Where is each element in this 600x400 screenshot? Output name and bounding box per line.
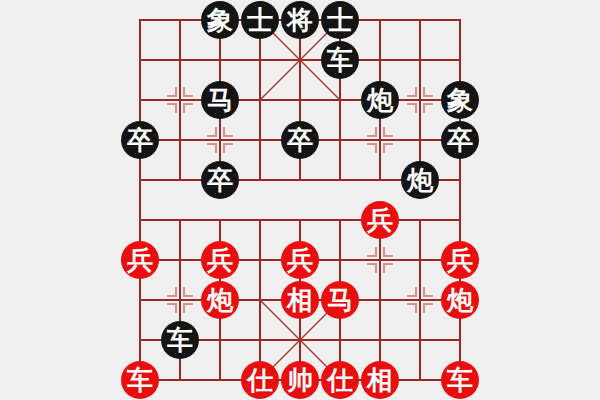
point-r4c7[interactable]: 炮 — [400, 160, 440, 200]
point-r2c2[interactable]: 马 — [200, 80, 240, 120]
point-r5c2[interactable] — [200, 200, 240, 240]
point-r9c1[interactable] — [160, 360, 200, 400]
point-r3c8[interactable]: 卒 — [440, 120, 480, 160]
point-r0c2[interactable]: 象 — [200, 0, 240, 40]
red-soldier[interactable]: 兵 — [441, 241, 479, 279]
point-r5c3[interactable] — [240, 200, 280, 240]
point-r0c8[interactable] — [440, 0, 480, 40]
red-advisor[interactable]: 仕 — [321, 361, 359, 399]
black-advisor[interactable]: 士 — [241, 1, 279, 39]
point-r9c0[interactable]: 车 — [120, 360, 160, 400]
point-r8c6[interactable] — [360, 320, 400, 360]
point-r8c7[interactable] — [400, 320, 440, 360]
black-horse[interactable]: 马 — [201, 81, 239, 119]
red-cannon[interactable]: 炮 — [441, 281, 479, 319]
black-cannon[interactable]: 炮 — [361, 81, 399, 119]
point-r7c8[interactable]: 炮 — [440, 280, 480, 320]
point-r6c6[interactable] — [360, 240, 400, 280]
red-advisor[interactable]: 仕 — [241, 361, 279, 399]
point-r4c0[interactable] — [120, 160, 160, 200]
point-r4c6[interactable] — [360, 160, 400, 200]
point-r7c7[interactable] — [400, 280, 440, 320]
point-r8c8[interactable] — [440, 320, 480, 360]
point-r1c1[interactable] — [160, 40, 200, 80]
point-r0c4[interactable]: 将 — [280, 0, 320, 40]
point-r0c0[interactable] — [120, 0, 160, 40]
point-r3c7[interactable] — [400, 120, 440, 160]
red-soldier[interactable]: 兵 — [201, 241, 239, 279]
point-r1c6[interactable] — [360, 40, 400, 80]
point-r5c1[interactable] — [160, 200, 200, 240]
point-r9c3[interactable]: 仕 — [240, 360, 280, 400]
black-elephant[interactable]: 象 — [441, 81, 479, 119]
red-chariot[interactable]: 车 — [121, 361, 159, 399]
point-r8c1[interactable]: 车 — [160, 320, 200, 360]
point-r7c5[interactable]: 马 — [320, 280, 360, 320]
red-elephant[interactable]: 相 — [281, 281, 319, 319]
point-r1c3[interactable] — [240, 40, 280, 80]
point-r2c3[interactable] — [240, 80, 280, 120]
point-r5c5[interactable] — [320, 200, 360, 240]
point-r6c4[interactable]: 兵 — [280, 240, 320, 280]
red-general[interactable]: 帅 — [281, 361, 319, 399]
black-chariot[interactable]: 车 — [161, 321, 199, 359]
point-r6c2[interactable]: 兵 — [200, 240, 240, 280]
red-soldier[interactable]: 兵 — [121, 241, 159, 279]
point-r2c7[interactable] — [400, 80, 440, 120]
point-r3c3[interactable] — [240, 120, 280, 160]
point-r0c5[interactable]: 士 — [320, 0, 360, 40]
board-points-layer: 象士将士车马炮象卒卒卒卒炮兵兵兵兵兵炮相马炮车车仕帅仕相车 — [120, 0, 480, 400]
point-r2c4[interactable] — [280, 80, 320, 120]
point-r8c2[interactable] — [200, 320, 240, 360]
point-r2c5[interactable] — [320, 80, 360, 120]
black-advisor[interactable]: 士 — [321, 1, 359, 39]
red-soldier[interactable]: 兵 — [361, 201, 399, 239]
black-soldier[interactable]: 卒 — [281, 121, 319, 159]
point-r9c8[interactable]: 车 — [440, 360, 480, 400]
point-r5c8[interactable] — [440, 200, 480, 240]
point-r3c5[interactable] — [320, 120, 360, 160]
point-r6c7[interactable] — [400, 240, 440, 280]
black-soldier[interactable]: 卒 — [201, 161, 239, 199]
point-r6c0[interactable]: 兵 — [120, 240, 160, 280]
point-r4c1[interactable] — [160, 160, 200, 200]
point-r5c7[interactable] — [400, 200, 440, 240]
point-r4c4[interactable] — [280, 160, 320, 200]
point-r0c1[interactable] — [160, 0, 200, 40]
point-r2c6[interactable]: 炮 — [360, 80, 400, 120]
point-r7c2[interactable]: 炮 — [200, 280, 240, 320]
point-r5c4[interactable] — [280, 200, 320, 240]
point-r4c2[interactable]: 卒 — [200, 160, 240, 200]
red-elephant[interactable]: 相 — [361, 361, 399, 399]
point-r8c3[interactable] — [240, 320, 280, 360]
black-soldier[interactable]: 卒 — [121, 121, 159, 159]
point-r6c1[interactable] — [160, 240, 200, 280]
point-r6c5[interactable] — [320, 240, 360, 280]
point-r2c1[interactable] — [160, 80, 200, 120]
point-r6c8[interactable]: 兵 — [440, 240, 480, 280]
point-r0c3[interactable]: 士 — [240, 0, 280, 40]
point-r3c4[interactable]: 卒 — [280, 120, 320, 160]
point-r7c3[interactable] — [240, 280, 280, 320]
point-r5c6[interactable]: 兵 — [360, 200, 400, 240]
black-soldier[interactable]: 卒 — [441, 121, 479, 159]
point-r8c5[interactable] — [320, 320, 360, 360]
black-general[interactable]: 将 — [281, 1, 319, 39]
point-r8c0[interactable] — [120, 320, 160, 360]
point-r7c4[interactable]: 相 — [280, 280, 320, 320]
black-chariot[interactable]: 车 — [321, 41, 359, 79]
point-r0c6[interactable] — [360, 0, 400, 40]
point-r3c0[interactable]: 卒 — [120, 120, 160, 160]
point-r1c8[interactable] — [440, 40, 480, 80]
red-chariot[interactable]: 车 — [441, 361, 479, 399]
point-r7c6[interactable] — [360, 280, 400, 320]
point-r2c8[interactable]: 象 — [440, 80, 480, 120]
point-r7c0[interactable] — [120, 280, 160, 320]
point-r2c0[interactable] — [120, 80, 160, 120]
point-r1c5[interactable]: 车 — [320, 40, 360, 80]
point-r3c2[interactable] — [200, 120, 240, 160]
point-r1c2[interactable] — [200, 40, 240, 80]
red-soldier[interactable]: 兵 — [281, 241, 319, 279]
point-r7c1[interactable] — [160, 280, 200, 320]
point-r4c5[interactable] — [320, 160, 360, 200]
point-r9c6[interactable]: 相 — [360, 360, 400, 400]
point-r4c8[interactable] — [440, 160, 480, 200]
point-r4c3[interactable] — [240, 160, 280, 200]
point-r9c5[interactable]: 仕 — [320, 360, 360, 400]
xiangqi-board-screen: 象士将士车马炮象卒卒卒卒炮兵兵兵兵兵炮相马炮车车仕帅仕相车 — [0, 0, 600, 400]
point-r1c0[interactable] — [120, 40, 160, 80]
point-r9c4[interactable]: 帅 — [280, 360, 320, 400]
black-elephant[interactable]: 象 — [201, 1, 239, 39]
point-r1c4[interactable] — [280, 40, 320, 80]
red-horse[interactable]: 马 — [321, 281, 359, 319]
point-r9c7[interactable] — [400, 360, 440, 400]
point-r5c0[interactable] — [120, 200, 160, 240]
point-r8c4[interactable] — [280, 320, 320, 360]
red-cannon[interactable]: 炮 — [201, 281, 239, 319]
point-r3c1[interactable] — [160, 120, 200, 160]
point-r6c3[interactable] — [240, 240, 280, 280]
point-r1c7[interactable] — [400, 40, 440, 80]
point-r3c6[interactable] — [360, 120, 400, 160]
point-r9c2[interactable] — [200, 360, 240, 400]
black-cannon[interactable]: 炮 — [401, 161, 439, 199]
point-r0c7[interactable] — [400, 0, 440, 40]
